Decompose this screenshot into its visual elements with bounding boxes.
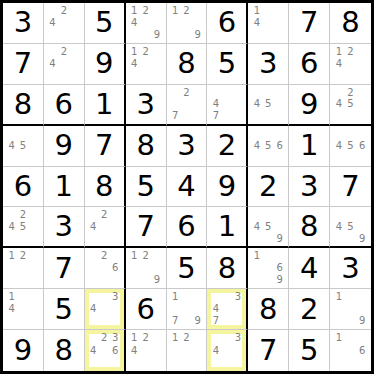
candidate-digit: 4 [47,17,58,29]
cell-r5c3[interactable]: 8 [85,167,126,208]
candidate-digit: 6 [110,344,121,356]
candidate-digit: 1 [170,332,181,344]
cell-r9c3[interactable]: 2346 [85,330,126,371]
cell-r2c1[interactable]: 7 [3,44,44,85]
candidate-grid: 2346 [85,330,124,371]
cell-r7c3[interactable]: 26 [85,248,126,289]
cell-r9c1[interactable]: 9 [3,330,44,371]
candidate-digit: 5 [345,140,357,152]
candidate-digit: 4 [88,344,99,356]
cell-value: 4 [177,172,195,201]
candidate-digit: 4 [6,303,17,315]
candidate-grid: 47 [207,85,246,124]
cell-value: 9 [95,49,113,78]
candidate-digit: 4 [333,221,345,233]
cell-r9c2[interactable]: 8 [44,330,85,371]
candidate-digit: 9 [151,29,162,41]
candidate-grid: 124 [126,330,166,371]
cell-value: 5 [136,172,154,201]
cell-r6c8[interactable]: 8 [289,207,330,248]
candidate-digit: 1 [333,46,345,58]
candidate-digit: 4 [129,17,140,29]
cell-r4c3[interactable]: 7 [85,126,126,167]
cell-r2c3[interactable]: 9 [85,44,126,85]
cell-r7c1[interactable]: 12 [3,248,44,289]
cell-r8c8[interactable]: 2 [289,289,330,330]
candidate-digit: 4 [251,221,262,233]
cell-value: 4 [300,254,318,283]
cell-r7c7[interactable]: 169 [248,248,289,289]
cell-r8c7[interactable]: 8 [248,289,289,330]
cell-r9c7[interactable]: 7 [248,330,289,371]
cell-r6c1[interactable]: 245 [3,207,44,248]
cell-r8c6[interactable]: 347 [207,289,248,330]
candidate-grid: 456 [330,126,371,166]
candidate-digit: 2 [345,46,357,58]
candidate-digit: 7 [210,110,221,122]
candidate-digit: 4 [210,98,221,110]
candidate-digit: 2 [140,46,151,58]
cell-value: 1 [95,90,113,119]
cell-r1c3[interactable]: 5 [85,3,126,44]
cell-value: 5 [218,49,236,78]
cell-r3c8[interactable]: 9 [289,85,330,126]
cell-r2c5[interactable]: 8 [167,44,208,85]
cell-r4c6[interactable]: 2 [207,126,248,167]
candidate-grid: 45 [248,85,288,124]
candidate-digit: 5 [263,98,274,110]
cell-value: 1 [300,131,318,160]
cell-value: 2 [218,131,236,160]
candidate-digit: 9 [274,274,285,286]
cell-r4c2[interactable]: 9 [44,126,85,167]
cell-value: 8 [55,336,73,365]
cell-value: 3 [14,8,32,37]
cell-r3c5[interactable]: 27 [167,85,208,126]
cell-r4c5[interactable]: 3 [167,126,208,167]
cell-r4c8[interactable]: 1 [289,126,330,167]
candidate-grid: 456 [248,126,288,166]
cell-r3c1[interactable]: 8 [3,85,44,126]
candidate-digit: 5 [345,221,357,233]
candidate-grid: 34 [207,330,246,371]
cell-value: 9 [55,131,73,160]
cell-value: 5 [177,254,195,283]
cell-value: 8 [95,172,113,201]
candidate-digit: 2 [140,250,151,262]
cell-r1c2[interactable]: 24 [44,3,85,44]
cell-value: 3 [341,254,359,283]
candidate-digit: 1 [129,46,140,58]
sudoku-board: 3245124912961478724912485361248613274745… [0,0,374,374]
cell-value: 8 [177,49,195,78]
cell-r2c6[interactable]: 5 [207,44,248,85]
candidate-grid: 19 [330,289,371,329]
cell-r4c1[interactable]: 45 [3,126,44,167]
candidate-digit: 4 [129,344,140,356]
cell-value: 9 [218,172,236,201]
cell-r6c9[interactable]: 459 [330,207,371,248]
candidate-grid: 124 [126,44,166,84]
cell-r5c7[interactable]: 2 [248,167,289,208]
candidate-grid: 16 [330,330,371,371]
cell-r8c2[interactable]: 5 [44,289,85,330]
candidate-grid: 179 [167,289,207,329]
candidate-grid: 24 [44,44,84,84]
cell-value: 7 [14,49,32,78]
cell-value: 6 [55,90,73,119]
cell-r5c8[interactable]: 3 [289,167,330,208]
candidate-digit: 2 [58,5,69,17]
candidate-digit: 4 [88,221,99,233]
cell-r8c5[interactable]: 179 [167,289,208,330]
candidate-grid: 24 [44,3,84,43]
candidate-grid: 459 [330,207,371,246]
cell-r9c4[interactable]: 124 [126,330,167,371]
candidate-digit: 6 [274,140,285,152]
cell-r6c6[interactable]: 1 [207,207,248,248]
cell-value: 7 [136,212,154,241]
cell-r5c9[interactable]: 7 [330,167,371,208]
cell-value: 3 [55,212,73,241]
candidate-grid: 459 [248,207,288,246]
candidate-digit: 6 [356,140,368,152]
candidate-digit: 2 [17,209,28,221]
cell-value: 1 [55,172,73,201]
candidate-digit: 4 [333,98,345,110]
cell-value: 6 [218,8,236,37]
cell-value: 9 [300,90,318,119]
cell-r3c7[interactable]: 45 [248,85,289,126]
candidate-grid: 14 [3,289,43,329]
candidate-digit: 4 [333,140,345,152]
candidate-digit: 3 [232,291,243,303]
cell-r5c1[interactable]: 6 [3,167,44,208]
candidate-grid: 14 [248,3,288,43]
cell-r6c4[interactable]: 7 [126,207,167,248]
cell-r4c7[interactable]: 456 [248,126,289,167]
candidate-digit: 2 [99,250,110,262]
candidate-digit: 9 [356,233,368,245]
cell-r4c4[interactable]: 8 [126,126,167,167]
candidate-digit: 2 [345,87,357,99]
cell-r6c3[interactable]: 24 [85,207,126,248]
candidate-grid: 12 [3,248,43,288]
candidate-digit: 2 [99,332,110,344]
cell-r7c5[interactable]: 5 [167,248,208,289]
candidate-digit: 5 [263,221,274,233]
candidate-digit: 2 [181,87,192,99]
cell-r2c2[interactable]: 24 [44,44,85,85]
candidate-digit: 9 [274,233,285,245]
candidate-grid: 169 [248,248,288,288]
candidate-digit: 2 [181,332,192,344]
cell-value: 8 [14,90,32,119]
cell-r1c8[interactable]: 7 [289,3,330,44]
candidate-grid: 129 [167,3,207,43]
candidate-digit: 4 [6,221,17,233]
cell-r5c2[interactable]: 1 [44,167,85,208]
candidate-digit: 1 [129,332,140,344]
cell-value: 6 [14,172,32,201]
cell-r8c4[interactable]: 6 [126,289,167,330]
cell-value: 6 [177,212,195,241]
cell-r8c9[interactable]: 19 [330,289,371,330]
cell-value: 1 [218,212,236,241]
candidate-digit: 4 [210,344,221,356]
cell-value: 8 [218,254,236,283]
candidate-digit: 6 [110,262,121,274]
candidate-grid: 1249 [126,3,166,43]
candidate-digit: 4 [6,140,17,152]
cell-r5c4[interactable]: 5 [126,167,167,208]
candidate-digit: 6 [274,262,285,274]
cell-r1c7[interactable]: 14 [248,3,289,44]
cell-r1c4[interactable]: 1249 [126,3,167,44]
candidate-digit: 4 [88,303,99,315]
cell-r7c4[interactable]: 129 [126,248,167,289]
candidate-digit: 5 [263,140,274,152]
candidate-digit: 4 [251,98,262,110]
candidate-digit: 4 [210,303,221,315]
candidate-digit: 4 [251,17,262,29]
cell-r2c8[interactable]: 6 [289,44,330,85]
candidate-digit: 3 [232,332,243,344]
candidate-digit: 2 [140,332,151,344]
candidate-digit: 2 [181,5,192,17]
cell-value: 5 [95,8,113,37]
cell-r1c5[interactable]: 129 [167,3,208,44]
candidate-digit: 7 [170,110,181,122]
candidate-digit: 2 [58,46,69,58]
cell-value: 7 [300,8,318,37]
cell-r2c9[interactable]: 124 [330,44,371,85]
cell-r5c5[interactable]: 4 [167,167,208,208]
candidate-digit: 1 [333,332,345,344]
cell-r7c8[interactable]: 4 [289,248,330,289]
cell-value: 7 [95,131,113,160]
cell-r9c5[interactable]: 12 [167,330,208,371]
cell-value: 8 [136,131,154,160]
cell-value: 3 [136,90,154,119]
candidate-digit: 9 [356,315,368,327]
cell-value: 8 [259,295,277,324]
cell-value: 3 [259,49,277,78]
cell-value: 7 [55,254,73,283]
cell-r9c9[interactable]: 16 [330,330,371,371]
cell-r3c4[interactable]: 3 [126,85,167,126]
candidate-digit: 5 [345,98,357,110]
cell-value: 3 [300,172,318,201]
candidate-digit: 1 [129,250,140,262]
candidate-digit: 4 [129,58,140,70]
candidate-grid: 245 [330,85,371,124]
cell-r1c6[interactable]: 6 [207,3,248,44]
candidate-digit: 1 [251,250,262,262]
cell-r8c3[interactable]: 34 [85,289,126,330]
candidate-digit: 7 [170,315,181,327]
cell-value: 3 [177,131,195,160]
candidate-digit: 1 [6,250,17,262]
candidate-digit: 4 [251,140,262,152]
cell-r1c9[interactable]: 8 [330,3,371,44]
candidate-grid: 24 [85,207,124,246]
cell-value: 8 [341,8,359,37]
cell-r3c9[interactable]: 245 [330,85,371,126]
cell-r9c8[interactable]: 5 [289,330,330,371]
candidate-grid: 245 [3,207,43,246]
cell-r1c1[interactable]: 3 [3,3,44,44]
candidate-grid: 45 [3,126,43,166]
candidate-digit: 7 [210,315,221,327]
cell-value: 9 [14,336,32,365]
cell-r4c9[interactable]: 456 [330,126,371,167]
candidate-digit: 1 [170,5,181,17]
cell-r3c2[interactable]: 6 [44,85,85,126]
candidate-digit: 9 [151,274,162,286]
candidate-grid: 26 [85,248,124,288]
cell-r2c4[interactable]: 124 [126,44,167,85]
cell-value: 2 [259,172,277,201]
cell-value: 8 [300,212,318,241]
candidate-grid: 12 [167,330,207,371]
candidate-digit: 1 [129,5,140,17]
candidate-grid: 27 [167,85,207,124]
candidate-digit: 5 [17,140,28,152]
candidate-digit: 2 [140,5,151,17]
candidate-digit: 3 [110,291,121,303]
cell-r3c3[interactable]: 1 [85,85,126,126]
candidate-digit: 5 [17,221,28,233]
candidate-digit: 4 [47,58,58,70]
cell-value: 6 [136,295,154,324]
cell-r7c6[interactable]: 8 [207,248,248,289]
cell-value: 5 [300,336,318,365]
cell-r3c6[interactable]: 47 [207,85,248,126]
cell-r6c2[interactable]: 3 [44,207,85,248]
candidate-digit: 9 [192,29,203,41]
candidate-digit: 2 [17,250,28,262]
candidate-digit: 1 [170,291,181,303]
cell-value: 7 [259,336,277,365]
cell-r2c7[interactable]: 3 [248,44,289,85]
cell-value: 7 [341,172,359,201]
candidate-grid: 347 [207,289,246,329]
candidate-digit: 3 [110,332,121,344]
cell-r7c9[interactable]: 3 [330,248,371,289]
cell-r5c6[interactable]: 9 [207,167,248,208]
cell-r6c5[interactable]: 6 [167,207,208,248]
candidate-digit: 6 [356,344,368,356]
candidate-grid: 124 [330,44,371,84]
cell-r8c1[interactable]: 14 [3,289,44,330]
candidate-grid: 129 [126,248,166,288]
candidate-digit: 4 [333,58,345,70]
candidate-digit: 1 [251,5,262,17]
candidate-grid: 34 [85,289,124,329]
candidate-digit: 1 [6,291,17,303]
candidate-digit: 1 [333,291,345,303]
cell-value: 5 [55,295,73,324]
candidate-digit: 2 [99,209,110,221]
cell-r6c7[interactable]: 459 [248,207,289,248]
cell-value: 2 [300,295,318,324]
cell-r7c2[interactable]: 7 [44,248,85,289]
candidate-digit: 9 [192,315,203,327]
cell-r9c6[interactable]: 34 [207,330,248,371]
cell-value: 6 [300,49,318,78]
